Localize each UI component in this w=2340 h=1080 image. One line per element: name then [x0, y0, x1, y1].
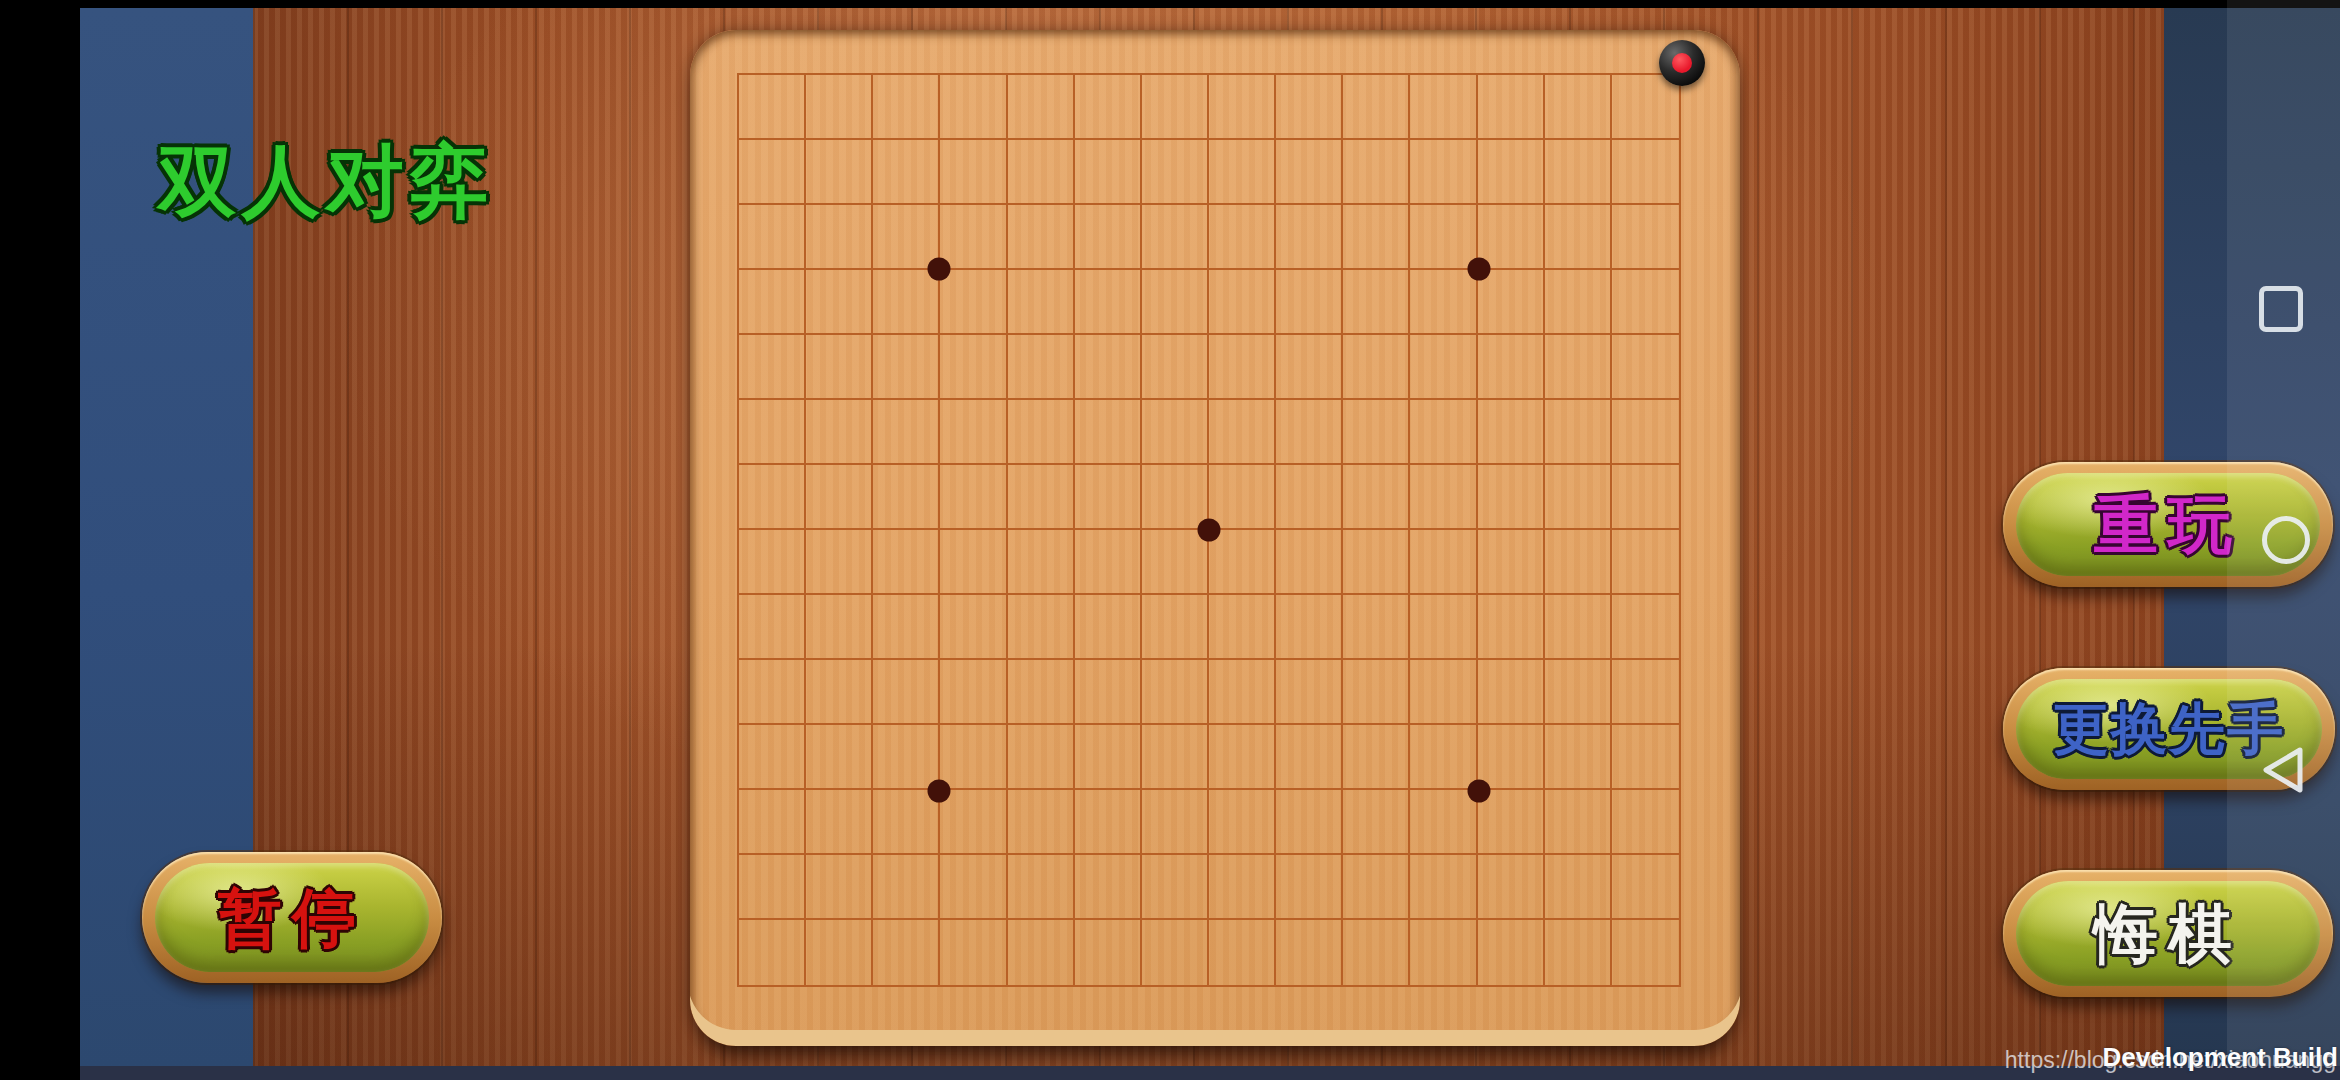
board-cell: [1410, 530, 1477, 595]
board-cell: [873, 400, 940, 465]
board-cell: [1478, 335, 1545, 400]
board-cell: [739, 855, 806, 920]
record-indicator-button[interactable]: [1659, 40, 1705, 86]
board-cell: [1612, 530, 1679, 595]
board-cell: [1276, 595, 1343, 660]
board-cell: [1612, 660, 1679, 725]
board-cell: [873, 595, 940, 660]
board-cell: [1612, 855, 1679, 920]
board-cell: [1008, 335, 1075, 400]
board-cell: [1343, 595, 1410, 660]
board-cell: [1142, 790, 1209, 855]
board-cell: [806, 595, 873, 660]
board-cell: [1343, 660, 1410, 725]
board-cell: [739, 140, 806, 205]
board-cell: [1545, 595, 1612, 660]
board-cell: [1008, 595, 1075, 660]
board-cell: [1075, 855, 1142, 920]
board-cell: [806, 725, 873, 790]
board-cell: [1209, 270, 1276, 335]
board-cell: [1209, 205, 1276, 270]
star-point: [1467, 780, 1490, 803]
board-cell: [1276, 855, 1343, 920]
board-cell: [940, 725, 1007, 790]
board-cell: [873, 660, 940, 725]
board-cell: [1410, 595, 1477, 660]
board-cell: [1343, 335, 1410, 400]
board-cell: [1410, 140, 1477, 205]
board-cell: [1142, 855, 1209, 920]
board-cell: [806, 790, 873, 855]
board-cell: [1478, 465, 1545, 530]
board-cell: [1008, 205, 1075, 270]
board-cell: [1343, 140, 1410, 205]
board-cell: [1276, 920, 1343, 985]
board-cell: [940, 465, 1007, 530]
board-cell: [1612, 205, 1679, 270]
board-cell: [1276, 530, 1343, 595]
board-cell: [873, 465, 940, 530]
board-cell: [806, 335, 873, 400]
board-cell: [1142, 335, 1209, 400]
board-cell: [806, 140, 873, 205]
board-cell: [1410, 465, 1477, 530]
board-cell: [1478, 660, 1545, 725]
board-cell: [1343, 400, 1410, 465]
board-cell: [1545, 920, 1612, 985]
board-cell: [806, 465, 873, 530]
board-cell: [1209, 465, 1276, 530]
star-point: [928, 780, 951, 803]
board-cell: [1142, 75, 1209, 140]
board-cell: [873, 75, 940, 140]
board-cell: [1612, 400, 1679, 465]
board-cell: [940, 855, 1007, 920]
board-cell: [1008, 790, 1075, 855]
board-cell: [1612, 595, 1679, 660]
board-cell: [873, 140, 940, 205]
board-cell: [1142, 595, 1209, 660]
board-cell: [1478, 205, 1545, 270]
board-cell: [1142, 400, 1209, 465]
board-cell: [1142, 465, 1209, 530]
board-cell: [1478, 725, 1545, 790]
board-cell: [1142, 660, 1209, 725]
board-cell: [940, 205, 1007, 270]
board-cell: [1142, 530, 1209, 595]
board-cell: [1209, 140, 1276, 205]
board-cell: [1343, 270, 1410, 335]
board-cell: [1612, 790, 1679, 855]
board-cell: [1343, 205, 1410, 270]
board-cell: [1008, 530, 1075, 595]
pause-button[interactable]: 暂停: [142, 852, 442, 983]
board-cell: [1545, 725, 1612, 790]
board-cell: [1276, 725, 1343, 790]
board-cell: [1545, 270, 1612, 335]
board-cell: [873, 270, 940, 335]
board-cell: [1612, 725, 1679, 790]
board-cell: [1410, 920, 1477, 985]
board-cell: [1075, 920, 1142, 985]
board-cell: [739, 725, 806, 790]
board-cell: [873, 335, 940, 400]
board-cell: [739, 205, 806, 270]
pause-button-face: 暂停: [155, 863, 429, 972]
board-cell: [1478, 140, 1545, 205]
board-cell: [1008, 75, 1075, 140]
board-cell: [1410, 725, 1477, 790]
board-cell: [806, 205, 873, 270]
board-cell: [1343, 465, 1410, 530]
board-cell: [1478, 595, 1545, 660]
board-cell: [1545, 400, 1612, 465]
recents-square-icon[interactable]: [2259, 286, 2303, 332]
board-cell: [1612, 465, 1679, 530]
board-cell: [940, 75, 1007, 140]
board-cell: [739, 790, 806, 855]
board-cell: [1209, 595, 1276, 660]
red-dot-icon: [1672, 53, 1692, 73]
page-title: 双人对弈: [158, 130, 494, 235]
board-cell: [1343, 790, 1410, 855]
star-point: [928, 257, 951, 280]
board-cell: [940, 920, 1007, 985]
board-cell: [1075, 790, 1142, 855]
board-cell: [1209, 530, 1276, 595]
board-cell: [1142, 270, 1209, 335]
board-cell: [806, 270, 873, 335]
board-cell: [1008, 270, 1075, 335]
board-cell: [1209, 920, 1276, 985]
board-cell: [1209, 725, 1276, 790]
board-cell: [873, 725, 940, 790]
board-cell: [806, 920, 873, 985]
board-cell: [1075, 595, 1142, 660]
board-cell: [739, 465, 806, 530]
board-cell: [873, 790, 940, 855]
board-cell: [1545, 790, 1612, 855]
board-cell: [1075, 530, 1142, 595]
board-cell: [1008, 725, 1075, 790]
board-cell: [1142, 140, 1209, 205]
board-cell: [1209, 790, 1276, 855]
development-build-watermark: Development Build: [2103, 1042, 2338, 1073]
board-cell: [1142, 205, 1209, 270]
board-cell: [1612, 140, 1679, 205]
bottom-navbar-strip: [80, 1066, 2340, 1080]
board-cell: [1478, 75, 1545, 140]
board-cell: [1075, 205, 1142, 270]
board-cell: [1410, 660, 1477, 725]
board-cell: [1276, 465, 1343, 530]
board-cell: [1276, 660, 1343, 725]
board-cell: [1276, 140, 1343, 205]
board-cell: [1276, 75, 1343, 140]
board-cell: [1075, 75, 1142, 140]
board-cell: [940, 660, 1007, 725]
board-cell: [739, 595, 806, 660]
board-cell: [1612, 75, 1679, 140]
board-cell: [1545, 530, 1612, 595]
board-cell: [1075, 335, 1142, 400]
board-cell: [1008, 140, 1075, 205]
board-cell: [1343, 855, 1410, 920]
board-cell: [1478, 270, 1545, 335]
board-cell: [1276, 400, 1343, 465]
board-cell: [873, 920, 940, 985]
board-cell: [1008, 920, 1075, 985]
board-cell: [1008, 855, 1075, 920]
gomoku-board[interactable]: [690, 30, 1740, 1046]
board-cell: [1612, 270, 1679, 335]
board-cell: [806, 660, 873, 725]
replay-button-label: 重玩: [2094, 493, 2242, 557]
board-cell: [1478, 530, 1545, 595]
board-cell: [806, 855, 873, 920]
board-cell: [940, 595, 1007, 660]
star-point: [1198, 519, 1221, 542]
board-cell: [1008, 400, 1075, 465]
board-cell: [1075, 465, 1142, 530]
board-cell: [873, 855, 940, 920]
board-cell: [739, 400, 806, 465]
board-cell: [806, 400, 873, 465]
star-point: [1467, 257, 1490, 280]
board-cell: [1276, 205, 1343, 270]
board-cell: [806, 75, 873, 140]
board-cell: [739, 660, 806, 725]
pause-button-label: 暂停: [218, 886, 366, 950]
board-cell: [940, 790, 1007, 855]
board-cell: [940, 530, 1007, 595]
board-cell: [1478, 400, 1545, 465]
board-cell: [1612, 335, 1679, 400]
board-cell: [739, 335, 806, 400]
board-cell: [1075, 725, 1142, 790]
undo-move-button-label: 悔棋: [2094, 902, 2242, 966]
board-cell: [739, 920, 806, 985]
board-cell: [1410, 75, 1477, 140]
board-cell: [1075, 660, 1142, 725]
board-cell: [1008, 660, 1075, 725]
board-cell: [739, 270, 806, 335]
board-cell: [1545, 855, 1612, 920]
board-cell: [1209, 660, 1276, 725]
board-cell: [1343, 75, 1410, 140]
board-cell: [1209, 75, 1276, 140]
board-cell: [1008, 465, 1075, 530]
board-cell: [873, 530, 940, 595]
board-cell: [1343, 530, 1410, 595]
board-cell: [1478, 920, 1545, 985]
board-cell: [940, 335, 1007, 400]
board-cell: [1410, 205, 1477, 270]
board-cell: [1545, 335, 1612, 400]
board-cell: [1209, 855, 1276, 920]
board-cell: [1410, 400, 1477, 465]
board-cell: [1410, 855, 1477, 920]
board-cell: [739, 530, 806, 595]
board-cell: [1142, 920, 1209, 985]
board-cell: [1343, 725, 1410, 790]
board-cell: [1410, 335, 1477, 400]
gomoku-app-screen: 双人对弈 暂停 重玩 更换先手 悔棋 https://blog.csdn.net…: [0, 0, 2340, 1080]
board-cell: [1343, 920, 1410, 985]
board-cell: [940, 400, 1007, 465]
board-cell: [1075, 400, 1142, 465]
board-cell: [1545, 660, 1612, 725]
board-cell: [1545, 140, 1612, 205]
board-cell: [806, 530, 873, 595]
board-cell: [1142, 725, 1209, 790]
board-cell: [1276, 335, 1343, 400]
board-cell: [1478, 790, 1545, 855]
board-cell: [1276, 270, 1343, 335]
board-cell: [940, 140, 1007, 205]
board-cell: [1612, 920, 1679, 985]
board-cell: [1545, 75, 1612, 140]
home-circle-icon[interactable]: [2262, 516, 2310, 564]
board-cell: [1410, 790, 1477, 855]
board-cell: [1209, 400, 1276, 465]
board-cell: [1075, 270, 1142, 335]
board-cell: [1410, 270, 1477, 335]
board-cell: [1545, 465, 1612, 530]
board-cell: [739, 75, 806, 140]
board-cell: [1545, 205, 1612, 270]
board-cell: [1209, 335, 1276, 400]
board-cell: [1276, 790, 1343, 855]
board-cell: [1478, 855, 1545, 920]
board-cell: [940, 270, 1007, 335]
board-cell: [1075, 140, 1142, 205]
back-triangle-icon[interactable]: [2258, 744, 2308, 800]
